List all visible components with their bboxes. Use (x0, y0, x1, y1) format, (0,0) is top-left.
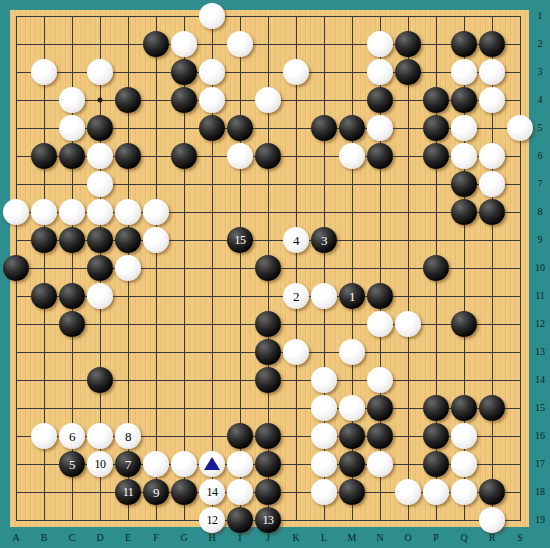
stone-white-R3[interactable] (479, 59, 505, 85)
column-label-E: E (114, 529, 142, 547)
row-label-12: 12 (531, 317, 549, 331)
stone-black-A10[interactable] (3, 255, 29, 281)
stone-black-P4[interactable] (423, 87, 449, 113)
stone-black-Q12[interactable] (451, 311, 477, 337)
stone-black-D5[interactable] (87, 115, 113, 141)
stone-white-G17[interactable] (171, 451, 197, 477)
stone-white-I18[interactable] (227, 479, 253, 505)
stone-black-P5[interactable] (423, 115, 449, 141)
stone-white-K3[interactable] (283, 59, 309, 85)
column-label-O: O (394, 529, 422, 547)
stone-white-C5[interactable] (59, 115, 85, 141)
stone-black-L5[interactable] (311, 115, 337, 141)
stone-white-H19[interactable]: 12 (199, 507, 225, 533)
stone-white-D6[interactable] (87, 143, 113, 169)
move-number-label: 9 (153, 486, 159, 499)
stone-black-E17[interactable]: 7 (115, 451, 141, 477)
stone-black-N6[interactable] (367, 143, 393, 169)
stone-black-R15[interactable] (479, 395, 505, 421)
stone-black-E9[interactable] (115, 227, 141, 253)
row-label-16: 16 (531, 429, 549, 443)
stone-white-S5[interactable] (507, 115, 533, 141)
stone-white-N17[interactable] (367, 451, 393, 477)
stone-black-Q15[interactable] (451, 395, 477, 421)
stone-white-R7[interactable] (479, 171, 505, 197)
stone-white-J4[interactable] (255, 87, 281, 113)
stone-black-C6[interactable] (59, 143, 85, 169)
stone-black-J12[interactable] (255, 311, 281, 337)
column-label-G: G (170, 529, 198, 547)
stone-black-O3[interactable] (395, 59, 421, 85)
column-label-M: M (338, 529, 366, 547)
move-number-label: 14 (207, 486, 218, 499)
move-number-label: 13 (263, 514, 274, 527)
stone-white-L16[interactable] (311, 423, 337, 449)
stone-white-I6[interactable] (227, 143, 253, 169)
row-label-10: 10 (531, 261, 549, 275)
column-label-F: F (142, 529, 170, 547)
move-number-label: 11 (123, 486, 134, 499)
stone-white-L17[interactable] (311, 451, 337, 477)
row-label-5: 5 (531, 121, 549, 135)
stone-black-P10[interactable] (423, 255, 449, 281)
stone-white-B3[interactable] (31, 59, 57, 85)
stone-white-F17[interactable] (143, 451, 169, 477)
stone-black-C11[interactable] (59, 283, 85, 309)
column-label-N: N (366, 529, 394, 547)
stone-black-C17[interactable]: 5 (59, 451, 85, 477)
stone-black-B6[interactable] (31, 143, 57, 169)
stone-white-D11[interactable] (87, 283, 113, 309)
triangle-marker-icon (204, 457, 220, 470)
row-label-11: 11 (531, 289, 549, 303)
row-label-6: 6 (531, 149, 549, 163)
stone-white-D8[interactable] (87, 199, 113, 225)
stone-white-C16[interactable]: 6 (59, 423, 85, 449)
stone-black-O2[interactable] (395, 31, 421, 57)
stone-white-D7[interactable] (87, 171, 113, 197)
stone-white-M6[interactable] (339, 143, 365, 169)
move-number-label: 3 (321, 234, 327, 247)
row-label-4: 4 (531, 93, 549, 107)
stone-white-F9[interactable] (143, 227, 169, 253)
column-label-C: C (58, 529, 86, 547)
stone-white-Q6[interactable] (451, 143, 477, 169)
move-number-label: 1 (349, 290, 355, 303)
go-board[interactable]: 154321685107119141213 (10, 10, 529, 527)
stone-black-Q2[interactable] (451, 31, 477, 57)
stone-black-R8[interactable] (479, 199, 505, 225)
grid-line-vertical (520, 16, 521, 521)
move-number-label: 2 (293, 290, 299, 303)
column-label-Q: Q (450, 529, 478, 547)
stone-black-N11[interactable] (367, 283, 393, 309)
stone-black-H5[interactable] (199, 115, 225, 141)
stone-black-R18[interactable] (479, 479, 505, 505)
row-label-8: 8 (531, 205, 549, 219)
stone-white-M15[interactable] (339, 395, 365, 421)
column-label-K: K (282, 529, 310, 547)
column-label-D: D (86, 529, 114, 547)
stone-black-M17[interactable] (339, 451, 365, 477)
stone-black-G18[interactable] (171, 479, 197, 505)
column-label-A: A (2, 529, 30, 547)
stone-black-I9[interactable]: 15 (227, 227, 253, 253)
stone-black-P6[interactable] (423, 143, 449, 169)
row-label-2: 2 (531, 37, 549, 51)
stone-white-L15[interactable] (311, 395, 337, 421)
stone-black-M18[interactable] (339, 479, 365, 505)
stone-black-J18[interactable] (255, 479, 281, 505)
stone-white-I17[interactable] (227, 451, 253, 477)
stone-white-K13[interactable] (283, 339, 309, 365)
stone-black-M16[interactable] (339, 423, 365, 449)
stone-white-K11[interactable]: 2 (283, 283, 309, 309)
stone-white-C8[interactable] (59, 199, 85, 225)
stone-black-D14[interactable] (87, 367, 113, 393)
stone-white-E10[interactable] (115, 255, 141, 281)
row-label-15: 15 (531, 401, 549, 415)
stone-white-Q3[interactable] (451, 59, 477, 85)
stone-white-R6[interactable] (479, 143, 505, 169)
stone-black-F2[interactable] (143, 31, 169, 57)
move-number-label: 10 (95, 458, 106, 471)
stone-black-L9[interactable]: 3 (311, 227, 337, 253)
row-label-3: 3 (531, 65, 549, 79)
stone-white-H17[interactable] (199, 451, 225, 477)
move-number-label: 6 (69, 430, 75, 443)
stone-black-P16[interactable] (423, 423, 449, 449)
move-number-label: 12 (207, 514, 218, 527)
stone-white-C4[interactable] (59, 87, 85, 113)
stone-white-R4[interactable] (479, 87, 505, 113)
stone-black-R2[interactable] (479, 31, 505, 57)
stone-black-F18[interactable]: 9 (143, 479, 169, 505)
stone-black-J19[interactable]: 13 (255, 507, 281, 533)
stone-black-Q8[interactable] (451, 199, 477, 225)
stone-white-E16[interactable]: 8 (115, 423, 141, 449)
move-number-label: 15 (235, 234, 246, 247)
stone-black-G3[interactable] (171, 59, 197, 85)
stone-white-M13[interactable] (339, 339, 365, 365)
stone-white-H1[interactable] (199, 3, 225, 29)
stone-black-E4[interactable] (115, 87, 141, 113)
grid-line-vertical (296, 16, 297, 521)
stone-white-L14[interactable] (311, 367, 337, 393)
stone-white-Q17[interactable] (451, 451, 477, 477)
star-point (98, 98, 103, 103)
stone-black-N15[interactable] (367, 395, 393, 421)
stone-white-N2[interactable] (367, 31, 393, 57)
column-label-P: P (422, 529, 450, 547)
stone-white-G2[interactable] (171, 31, 197, 57)
row-label-14: 14 (531, 373, 549, 387)
stone-white-N3[interactable] (367, 59, 393, 85)
stone-black-J17[interactable] (255, 451, 281, 477)
stone-black-G4[interactable] (171, 87, 197, 113)
move-number-label: 7 (125, 458, 131, 471)
stone-white-Q16[interactable] (451, 423, 477, 449)
stone-white-P18[interactable] (423, 479, 449, 505)
move-number-label: 4 (293, 234, 299, 247)
row-label-17: 17 (531, 457, 549, 471)
goban-frame: 154321685107119141213 ABCDEFGHIJKLMNOPQR… (0, 0, 550, 548)
stone-white-D3[interactable] (87, 59, 113, 85)
stone-white-K9[interactable]: 4 (283, 227, 309, 253)
stone-white-D17[interactable]: 10 (87, 451, 113, 477)
row-label-13: 13 (531, 345, 549, 359)
stone-black-D9[interactable] (87, 227, 113, 253)
stone-white-R19[interactable] (479, 507, 505, 533)
stone-white-Q18[interactable] (451, 479, 477, 505)
row-label-19: 19 (531, 513, 549, 527)
stone-white-O18[interactable] (395, 479, 421, 505)
stone-white-E8[interactable] (115, 199, 141, 225)
stone-black-G6[interactable] (171, 143, 197, 169)
stone-white-L11[interactable] (311, 283, 337, 309)
stone-black-C12[interactable] (59, 311, 85, 337)
stone-black-J10[interactable] (255, 255, 281, 281)
stone-white-Q5[interactable] (451, 115, 477, 141)
stone-white-N12[interactable] (367, 311, 393, 337)
stone-white-N5[interactable] (367, 115, 393, 141)
stone-white-I2[interactable] (227, 31, 253, 57)
stone-black-B9[interactable] (31, 227, 57, 253)
stone-white-B16[interactable] (31, 423, 57, 449)
stone-black-Q4[interactable] (451, 87, 477, 113)
move-number-label: 8 (125, 430, 131, 443)
stone-black-I16[interactable] (227, 423, 253, 449)
stone-white-D16[interactable] (87, 423, 113, 449)
grid-line-vertical (408, 16, 409, 521)
stone-black-C9[interactable] (59, 227, 85, 253)
stone-black-D10[interactable] (87, 255, 113, 281)
stone-black-P17[interactable] (423, 451, 449, 477)
stone-black-J13[interactable] (255, 339, 281, 365)
stone-black-Q7[interactable] (451, 171, 477, 197)
move-number-label: 5 (69, 458, 75, 471)
stone-white-N14[interactable] (367, 367, 393, 393)
stone-black-J14[interactable] (255, 367, 281, 393)
stone-black-P15[interactable] (423, 395, 449, 421)
stone-black-M11[interactable]: 1 (339, 283, 365, 309)
stone-black-E6[interactable] (115, 143, 141, 169)
row-label-18: 18 (531, 485, 549, 499)
column-label-B: B (30, 529, 58, 547)
stone-black-M5[interactable] (339, 115, 365, 141)
stone-black-J6[interactable] (255, 143, 281, 169)
stone-black-N4[interactable] (367, 87, 393, 113)
stone-white-O12[interactable] (395, 311, 421, 337)
stone-black-N16[interactable] (367, 423, 393, 449)
stone-white-F8[interactable] (143, 199, 169, 225)
column-label-L: L (310, 529, 338, 547)
stone-white-A8[interactable] (3, 199, 29, 225)
stone-black-J16[interactable] (255, 423, 281, 449)
row-label-7: 7 (531, 177, 549, 191)
column-label-S: S (506, 529, 534, 547)
row-label-9: 9 (531, 233, 549, 247)
row-label-1: 1 (531, 9, 549, 23)
stone-white-L18[interactable] (311, 479, 337, 505)
stone-black-I19[interactable] (227, 507, 253, 533)
stone-white-H18[interactable]: 14 (199, 479, 225, 505)
stone-white-H4[interactable] (199, 87, 225, 113)
stone-black-B11[interactable] (31, 283, 57, 309)
stone-black-I5[interactable] (227, 115, 253, 141)
stone-white-B8[interactable] (31, 199, 57, 225)
stone-black-E18[interactable]: 11 (115, 479, 141, 505)
stone-white-H3[interactable] (199, 59, 225, 85)
